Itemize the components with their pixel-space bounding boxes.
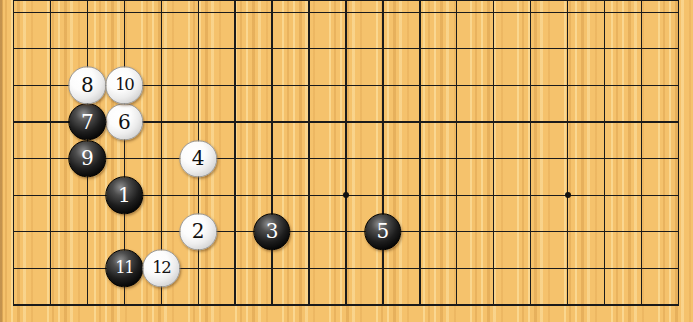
move-number-label: 12 — [152, 260, 170, 277]
move-number-label: 1 — [118, 185, 131, 205]
move-number-label: 3 — [266, 222, 279, 242]
stone-black-9-c5[interactable]: 9 — [69, 140, 106, 177]
stone-white-2-f3[interactable]: 2 — [180, 213, 217, 250]
stone-white-8-c7[interactable]: 8 — [69, 67, 106, 104]
stone-black-1-d4[interactable]: 1 — [106, 176, 143, 213]
move-number-label: 5 — [377, 222, 390, 242]
move-number-label: 10 — [115, 77, 133, 94]
move-number-label: 7 — [81, 112, 94, 132]
move-number-label: 2 — [192, 222, 205, 242]
move-number-label: 6 — [118, 112, 131, 132]
go-board[interactable]: 123456789101112 — [0, 0, 693, 322]
stone-white-4-f5[interactable]: 4 — [180, 140, 217, 177]
move-number-label: 11 — [115, 260, 133, 277]
move-number-label: 8 — [81, 75, 94, 95]
stone-black-7-c6[interactable]: 7 — [69, 103, 106, 140]
stone-black-11-d2[interactable]: 11 — [106, 250, 143, 287]
move-number-label: 9 — [81, 149, 94, 169]
stone-white-6-d6[interactable]: 6 — [106, 103, 143, 140]
stone-white-12-e2[interactable]: 12 — [143, 250, 180, 287]
stones-layer: 123456789101112 — [0, 0, 693, 322]
stone-black-3-h3[interactable]: 3 — [253, 213, 290, 250]
go-app-screenshot: 123456789101112 — [0, 0, 693, 322]
stone-white-10-d7[interactable]: 10 — [106, 67, 143, 104]
stone-black-5-l3[interactable]: 5 — [364, 213, 401, 250]
move-number-label: 4 — [192, 149, 205, 169]
